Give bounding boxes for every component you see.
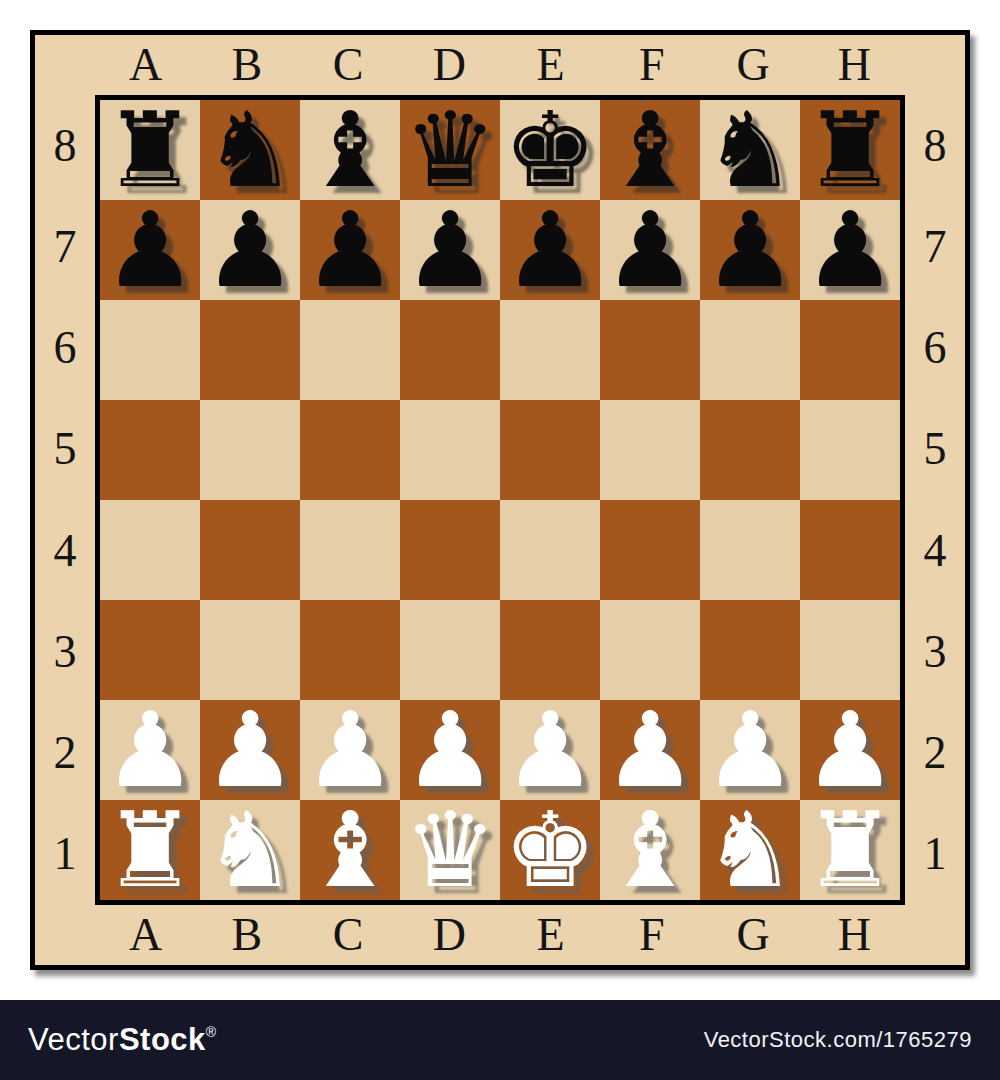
square-c4[interactable]	[300, 500, 400, 600]
square-b5[interactable]	[200, 400, 300, 500]
image-credit: VectorStock.com/1765279	[704, 1027, 972, 1053]
file-label-b: B	[196, 35, 297, 95]
piece-white-rook: ♜	[103, 800, 196, 900]
piece-white-pawn: ♟	[203, 700, 296, 800]
file-label-g: G	[703, 905, 804, 965]
file-label-c: C	[298, 35, 399, 95]
square-f5[interactable]	[600, 400, 700, 500]
rank-label-1: 1	[905, 804, 965, 905]
square-e7[interactable]: ♟	[500, 200, 600, 300]
square-c7[interactable]: ♟	[300, 200, 400, 300]
file-label-a: A	[95, 35, 196, 95]
square-b2[interactable]: ♟	[200, 700, 300, 800]
piece-black-pawn: ♟	[103, 200, 196, 300]
square-b3[interactable]	[200, 600, 300, 700]
logo-suffix: Stock	[119, 1022, 206, 1058]
page: ABCDEFGH ABCDEFGH 87654321 87654321 ♜♞♝♛…	[0, 0, 1000, 1080]
piece-white-pawn: ♟	[503, 700, 596, 800]
registered-mark: ®	[206, 1024, 217, 1040]
square-d3[interactable]	[400, 600, 500, 700]
watermark-bar: VectorStock® VectorStock.com/1765279	[0, 1000, 1000, 1080]
piece-white-queen: ♛	[403, 800, 496, 900]
piece-white-knight: ♞	[703, 800, 796, 900]
square-h4[interactable]	[800, 500, 900, 600]
file-label-h: H	[804, 905, 905, 965]
square-d7[interactable]: ♟	[400, 200, 500, 300]
square-g8[interactable]: ♞	[700, 100, 800, 200]
square-h5[interactable]	[800, 400, 900, 500]
rank-label-4: 4	[905, 500, 965, 601]
square-d2[interactable]: ♟	[400, 700, 500, 800]
piece-black-rook: ♜	[803, 100, 896, 200]
square-d5[interactable]	[400, 400, 500, 500]
piece-white-king: ♚	[503, 800, 596, 900]
square-h3[interactable]	[800, 600, 900, 700]
file-label-a: A	[95, 905, 196, 965]
piece-white-pawn: ♟	[103, 700, 196, 800]
piece-black-pawn: ♟	[803, 200, 896, 300]
piece-white-pawn: ♟	[803, 700, 896, 800]
piece-white-rook: ♜	[803, 800, 896, 900]
square-c1[interactable]: ♝	[300, 800, 400, 900]
square-c2[interactable]: ♟	[300, 700, 400, 800]
square-f2[interactable]: ♟	[600, 700, 700, 800]
square-e3[interactable]	[500, 600, 600, 700]
vectorstock-logo: VectorStock®	[28, 1022, 217, 1058]
square-d1[interactable]: ♛	[400, 800, 500, 900]
file-labels-top: ABCDEFGH	[95, 35, 905, 95]
square-a7[interactable]: ♟	[100, 200, 200, 300]
square-g1[interactable]: ♞	[700, 800, 800, 900]
file-label-g: G	[703, 35, 804, 95]
square-g3[interactable]	[700, 600, 800, 700]
square-h8[interactable]: ♜	[800, 100, 900, 200]
piece-black-pawn: ♟	[203, 200, 296, 300]
rank-label-4: 4	[35, 500, 95, 601]
piece-white-bishop: ♝	[603, 800, 696, 900]
square-f6[interactable]	[600, 300, 700, 400]
rank-labels-left: 87654321	[35, 95, 95, 905]
piece-black-pawn: ♟	[503, 200, 596, 300]
rank-label-2: 2	[905, 703, 965, 804]
file-label-e: E	[500, 35, 601, 95]
square-e4[interactable]	[500, 500, 600, 600]
square-a3[interactable]	[100, 600, 200, 700]
piece-white-knight: ♞	[203, 800, 296, 900]
square-c6[interactable]	[300, 300, 400, 400]
square-e8[interactable]: ♚	[500, 100, 600, 200]
square-c5[interactable]	[300, 400, 400, 500]
rank-label-8: 8	[35, 95, 95, 196]
piece-black-queen: ♛	[403, 100, 496, 200]
square-e1[interactable]: ♚	[500, 800, 600, 900]
piece-black-pawn: ♟	[603, 200, 696, 300]
piece-black-pawn: ♟	[303, 200, 396, 300]
rank-label-6: 6	[905, 298, 965, 399]
file-label-d: D	[399, 905, 500, 965]
square-b7[interactable]: ♟	[200, 200, 300, 300]
rank-label-6: 6	[35, 298, 95, 399]
square-b6[interactable]	[200, 300, 300, 400]
square-d8[interactable]: ♛	[400, 100, 500, 200]
rank-label-2: 2	[35, 703, 95, 804]
square-a6[interactable]	[100, 300, 200, 400]
square-h2[interactable]: ♟	[800, 700, 900, 800]
file-label-f: F	[601, 905, 702, 965]
square-a1[interactable]: ♜	[100, 800, 200, 900]
piece-black-knight: ♞	[203, 100, 296, 200]
piece-white-pawn: ♟	[703, 700, 796, 800]
rank-label-1: 1	[35, 804, 95, 905]
piece-white-pawn: ♟	[403, 700, 496, 800]
square-c3[interactable]	[300, 600, 400, 700]
square-e5[interactable]	[500, 400, 600, 500]
piece-black-pawn: ♟	[703, 200, 796, 300]
rank-label-3: 3	[905, 601, 965, 702]
file-label-d: D	[399, 35, 500, 95]
square-f7[interactable]: ♟	[600, 200, 700, 300]
square-f4[interactable]	[600, 500, 700, 600]
file-label-e: E	[500, 905, 601, 965]
square-a2[interactable]: ♟	[100, 700, 200, 800]
square-b4[interactable]	[200, 500, 300, 600]
square-b8[interactable]: ♞	[200, 100, 300, 200]
square-g5[interactable]	[700, 400, 800, 500]
file-label-h: H	[804, 35, 905, 95]
square-g6[interactable]	[700, 300, 800, 400]
square-a4[interactable]	[100, 500, 200, 600]
square-b1[interactable]: ♞	[200, 800, 300, 900]
rank-label-5: 5	[905, 399, 965, 500]
piece-black-bishop: ♝	[303, 100, 396, 200]
rank-label-3: 3	[35, 601, 95, 702]
square-c8[interactable]: ♝	[300, 100, 400, 200]
piece-black-rook: ♜	[103, 100, 196, 200]
square-f3[interactable]	[600, 600, 700, 700]
piece-white-pawn: ♟	[303, 700, 396, 800]
square-f8[interactable]: ♝	[600, 100, 700, 200]
square-a8[interactable]: ♜	[100, 100, 200, 200]
piece-black-bishop: ♝	[603, 100, 696, 200]
square-g2[interactable]: ♟	[700, 700, 800, 800]
square-h6[interactable]	[800, 300, 900, 400]
square-d6[interactable]	[400, 300, 500, 400]
square-h1[interactable]: ♜	[800, 800, 900, 900]
square-h7[interactable]: ♟	[800, 200, 900, 300]
square-a5[interactable]	[100, 400, 200, 500]
piece-black-knight: ♞	[703, 100, 796, 200]
file-label-b: B	[196, 905, 297, 965]
rank-label-5: 5	[35, 399, 95, 500]
square-d4[interactable]	[400, 500, 500, 600]
piece-white-bishop: ♝	[303, 800, 396, 900]
file-labels-bottom: ABCDEFGH	[95, 905, 905, 965]
piece-black-pawn: ♟	[403, 200, 496, 300]
logo-prefix: Vector	[28, 1022, 119, 1058]
file-label-f: F	[601, 35, 702, 95]
file-label-c: C	[298, 905, 399, 965]
square-g4[interactable]	[700, 500, 800, 600]
rank-label-7: 7	[35, 196, 95, 297]
square-e2[interactable]: ♟	[500, 700, 600, 800]
square-f1[interactable]: ♝	[600, 800, 700, 900]
rank-labels-right: 87654321	[905, 95, 965, 905]
piece-black-king: ♚	[503, 100, 596, 200]
square-e6[interactable]	[500, 300, 600, 400]
rank-label-8: 8	[905, 95, 965, 196]
chessboard: ABCDEFGH ABCDEFGH 87654321 87654321 ♜♞♝♛…	[30, 30, 970, 970]
piece-white-pawn: ♟	[603, 700, 696, 800]
board-grid: ♜♞♝♛♚♝♞♜♟♟♟♟♟♟♟♟♟♟♟♟♟♟♟♟♜♞♝♛♚♝♞♜	[95, 95, 905, 905]
rank-label-7: 7	[905, 196, 965, 297]
square-g7[interactable]: ♟	[700, 200, 800, 300]
